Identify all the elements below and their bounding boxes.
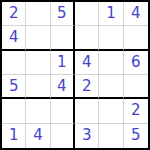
cell-r6c3-empty[interactable] xyxy=(51,124,75,148)
cell-r2c2-empty[interactable] xyxy=(26,26,50,50)
cell-r3c6-given: 6 xyxy=(124,51,148,75)
cell-r1c3-given: 5 xyxy=(51,2,75,26)
cell-r4c6-empty[interactable] xyxy=(124,75,148,99)
cell-r6c2-given: 4 xyxy=(26,124,50,148)
sudoku-board: 2514414654221435 xyxy=(0,0,150,150)
cell-r4c4-given: 2 xyxy=(75,75,99,99)
cell-r2c4-empty[interactable] xyxy=(75,26,99,50)
cell-r3c5-empty[interactable] xyxy=(99,51,123,75)
cell-r2c5-empty[interactable] xyxy=(99,26,123,50)
cell-r6c4-given: 3 xyxy=(75,124,99,148)
cell-r4c5-empty[interactable] xyxy=(99,75,123,99)
cell-r2c3-empty[interactable] xyxy=(51,26,75,50)
cell-r4c2-empty[interactable] xyxy=(26,75,50,99)
cell-r2c6-empty[interactable] xyxy=(124,26,148,50)
cell-r3c4-given: 4 xyxy=(75,51,99,75)
cell-r1c1-given: 2 xyxy=(2,2,26,26)
cell-r6c6-given: 5 xyxy=(124,124,148,148)
cell-r5c6-given: 2 xyxy=(124,99,148,123)
cell-r1c2-empty[interactable] xyxy=(26,2,50,26)
cell-r1c5-given: 1 xyxy=(99,2,123,26)
cell-r3c1-empty[interactable] xyxy=(2,51,26,75)
cell-r6c5-empty[interactable] xyxy=(99,124,123,148)
cell-r5c3-empty[interactable] xyxy=(51,99,75,123)
cell-r5c2-empty[interactable] xyxy=(26,99,50,123)
cell-r3c3-given: 1 xyxy=(51,51,75,75)
cell-r6c1-given: 1 xyxy=(2,124,26,148)
cell-r2c1-given: 4 xyxy=(2,26,26,50)
cell-r5c1-empty[interactable] xyxy=(2,99,26,123)
cell-r5c5-empty[interactable] xyxy=(99,99,123,123)
cell-r5c4-empty[interactable] xyxy=(75,99,99,123)
cell-r3c2-empty[interactable] xyxy=(26,51,50,75)
cell-r4c1-given: 5 xyxy=(2,75,26,99)
cell-r1c6-given: 4 xyxy=(124,2,148,26)
cell-r1c4-empty[interactable] xyxy=(75,2,99,26)
cell-r4c3-given: 4 xyxy=(51,75,75,99)
